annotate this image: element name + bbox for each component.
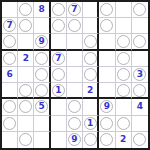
cell-r9c7[interactable] <box>99 132 115 148</box>
cell-r1c6[interactable] <box>83 2 99 18</box>
odd-circle: 7 <box>52 52 65 65</box>
puzzle-stage: 8779276312594192 <box>0 0 150 150</box>
cell-r5c6[interactable] <box>83 67 99 83</box>
odd-circle: 9 <box>68 133 81 146</box>
cell-r2c8[interactable] <box>116 18 132 34</box>
cell-r8c7[interactable] <box>99 116 115 132</box>
odd-circle: 7 <box>3 19 16 32</box>
odd-circle: 9 <box>35 35 48 48</box>
odd-circle <box>133 3 146 16</box>
cell-r6c3[interactable] <box>34 83 50 99</box>
odd-circle <box>35 68 48 81</box>
odd-circle: 5 <box>35 100 48 113</box>
odd-circle <box>68 19 81 32</box>
cell-r9c2[interactable] <box>18 132 34 148</box>
cell-r5c9[interactable]: 3 <box>132 67 148 83</box>
cell-r4c5[interactable] <box>67 51 83 67</box>
given-digit: 7 <box>71 5 77 14</box>
odd-circle <box>100 133 113 146</box>
odd-circle <box>117 117 130 130</box>
cell-r4c6[interactable] <box>83 51 99 67</box>
cell-r1c3[interactable]: 8 <box>34 2 50 18</box>
given-digit: 2 <box>87 86 93 95</box>
cell-r6c6[interactable]: 2 <box>83 83 99 99</box>
odd-circle <box>117 52 130 65</box>
given-digit: 6 <box>6 70 12 79</box>
cell-r1c8[interactable] <box>116 2 132 18</box>
odd-circle <box>84 133 97 146</box>
cell-r6c7[interactable] <box>99 83 115 99</box>
cell-r6c9[interactable] <box>132 83 148 99</box>
cell-r2c2[interactable] <box>18 18 34 34</box>
cell-r7c3[interactable]: 5 <box>34 99 50 115</box>
odd-circle <box>3 100 16 113</box>
cell-r5c8[interactable] <box>116 67 132 83</box>
cell-r2c6[interactable] <box>83 18 99 34</box>
cell-r4c3[interactable] <box>34 51 50 67</box>
given-digit: 3 <box>137 70 143 79</box>
cell-r5c5[interactable] <box>67 67 83 83</box>
cell-r8c8[interactable] <box>116 116 132 132</box>
odd-circle <box>117 35 130 48</box>
odd-circle <box>3 52 16 65</box>
cell-r6c8[interactable] <box>116 83 132 99</box>
cell-r2c1[interactable]: 7 <box>2 18 18 34</box>
cell-r9c6[interactable] <box>83 132 99 148</box>
cell-r3c3[interactable]: 9 <box>34 34 50 50</box>
cell-r5c2[interactable] <box>18 67 34 83</box>
cell-r2c3[interactable] <box>34 18 50 34</box>
cell-r4c9[interactable] <box>132 51 148 67</box>
odd-circle <box>19 100 32 113</box>
odd-circle <box>100 3 113 16</box>
given-digit: 9 <box>71 135 77 144</box>
odd-circle <box>117 68 130 81</box>
cell-r2c5[interactable] <box>67 18 83 34</box>
odd-circle: 3 <box>133 68 146 81</box>
cell-r8c5[interactable] <box>67 116 83 132</box>
cell-r9c8[interactable]: 2 <box>116 132 132 148</box>
cell-r7c6[interactable] <box>83 99 99 115</box>
odd-circle <box>19 19 32 32</box>
odd-circle <box>52 19 65 32</box>
cell-r3c6[interactable] <box>83 34 99 50</box>
cell-r4c4[interactable]: 7 <box>51 51 67 67</box>
cell-r3c7[interactable] <box>99 34 115 50</box>
cell-r5c7[interactable] <box>99 67 115 83</box>
cell-r7c2[interactable] <box>18 99 34 115</box>
cell-r7c5[interactable] <box>67 99 83 115</box>
given-digit: 7 <box>55 54 61 63</box>
given-digit: 8 <box>38 5 44 14</box>
cell-r4c8[interactable] <box>116 51 132 67</box>
cell-r2c4[interactable] <box>51 18 67 34</box>
cell-r6c1[interactable] <box>2 83 18 99</box>
cell-r8c1[interactable] <box>2 116 18 132</box>
given-digit: 5 <box>38 102 44 111</box>
cell-r3c1[interactable] <box>2 34 18 50</box>
given-digit: 2 <box>23 54 29 63</box>
cell-r7c8[interactable] <box>116 99 132 115</box>
odd-circle <box>35 52 48 65</box>
cell-r3c9[interactable] <box>132 34 148 50</box>
odd-circle <box>100 117 113 130</box>
cell-r2c7[interactable] <box>99 18 115 34</box>
cell-r3c5[interactable] <box>67 34 83 50</box>
cell-r8c9[interactable] <box>132 116 148 132</box>
cell-r9c5[interactable]: 9 <box>67 132 83 148</box>
cell-r3c8[interactable] <box>116 34 132 50</box>
given-digit: 7 <box>6 21 12 30</box>
cell-r8c3[interactable] <box>34 116 50 132</box>
cell-r9c9[interactable] <box>132 132 148 148</box>
cell-r5c1[interactable]: 6 <box>2 67 18 83</box>
cell-r7c4[interactable] <box>51 99 67 115</box>
cell-r2c9[interactable] <box>132 18 148 34</box>
cell-r1c2[interactable] <box>18 2 34 18</box>
cell-r4c2[interactable]: 2 <box>18 51 34 67</box>
cell-r1c9[interactable] <box>132 2 148 18</box>
odd-circle <box>84 35 97 48</box>
odd-circle: 9 <box>100 100 113 113</box>
cell-r9c3[interactable] <box>34 132 50 148</box>
odd-circle <box>84 68 97 81</box>
given-digit: 9 <box>38 37 44 46</box>
sudoku-board: 8779276312594192 <box>0 0 150 150</box>
odd-circle <box>19 3 32 16</box>
cell-r7c7[interactable]: 9 <box>99 99 115 115</box>
odd-circle <box>19 133 32 146</box>
cell-r8c4[interactable] <box>51 116 67 132</box>
odd-circle <box>68 117 81 130</box>
odd-circle <box>84 52 97 65</box>
cell-r8c6[interactable]: 1 <box>83 116 99 132</box>
cell-r8c2[interactable] <box>18 116 34 132</box>
given-digit: 9 <box>104 102 110 111</box>
odd-circle <box>133 35 146 48</box>
odd-circle <box>35 84 48 97</box>
cell-r1c5[interactable]: 7 <box>67 2 83 18</box>
cell-r9c4[interactable] <box>51 132 67 148</box>
odd-circle <box>19 84 32 97</box>
cell-r6c5[interactable] <box>67 83 83 99</box>
odd-circle <box>52 68 65 81</box>
cell-r7c9[interactable]: 4 <box>132 99 148 115</box>
cell-r9c1[interactable] <box>2 132 18 148</box>
odd-circle <box>117 84 130 97</box>
odd-circle: 7 <box>68 3 81 16</box>
cell-r3c4[interactable] <box>51 34 67 50</box>
odd-circle <box>133 84 146 97</box>
cell-r7c1[interactable] <box>2 99 18 115</box>
odd-circle: 1 <box>84 117 97 130</box>
given-digit: 2 <box>120 135 126 144</box>
given-digit: 1 <box>55 86 61 95</box>
odd-circle <box>100 19 113 32</box>
odd-circle <box>133 133 146 146</box>
odd-circle <box>3 35 16 48</box>
cell-r4c7[interactable] <box>99 51 115 67</box>
odd-circle <box>68 100 81 113</box>
odd-circle: 1 <box>52 84 65 97</box>
cell-r6c2[interactable] <box>18 83 34 99</box>
cell-r3c2[interactable] <box>18 34 34 50</box>
odd-circle <box>52 3 65 16</box>
odd-circle <box>3 117 16 130</box>
cell-r1c4[interactable] <box>51 2 67 18</box>
cell-r1c1[interactable] <box>2 2 18 18</box>
cell-r1c7[interactable] <box>99 2 115 18</box>
given-digit: 1 <box>87 119 93 128</box>
cell-r5c4[interactable] <box>51 67 67 83</box>
cell-r6c4[interactable]: 1 <box>51 83 67 99</box>
given-digit: 4 <box>137 102 143 111</box>
cell-r5c3[interactable] <box>34 67 50 83</box>
cell-r4c1[interactable] <box>2 51 18 67</box>
